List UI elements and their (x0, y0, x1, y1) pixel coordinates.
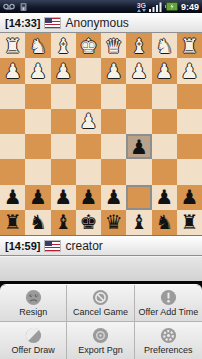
square-e4[interactable]: ♟ (76, 109, 101, 134)
bottom-player-bar: [14:59] creator (0, 235, 202, 256)
square-c6[interactable] (126, 159, 151, 184)
half-circle-icon (25, 327, 42, 344)
square-h7[interactable]: ♟ (0, 185, 25, 210)
piece-black-rook: ♜ (180, 212, 198, 232)
sad-face-icon (25, 289, 42, 306)
square-f6[interactable] (51, 159, 76, 184)
square-h4[interactable] (0, 109, 25, 134)
square-b8[interactable]: ♞ (152, 210, 177, 235)
piece-black-bishop: ♝ (130, 212, 148, 232)
menu-label: Export Pgn (78, 345, 123, 355)
piece-black-pawn: ♟ (54, 187, 72, 207)
options-menu: Resign Cancel Game Offer Add Time Offe (0, 281, 202, 359)
square-d5[interactable] (101, 134, 126, 159)
piece-white-rook: ♜ (4, 36, 22, 56)
resign-button[interactable]: Resign (0, 285, 67, 322)
offer-draw-button[interactable]: Offer Draw (0, 322, 67, 359)
square-e7[interactable]: ♟ (76, 185, 101, 210)
square-f8[interactable]: ♝ (51, 210, 76, 235)
piece-white-bishop: ♝ (54, 36, 72, 56)
message-area (0, 256, 202, 281)
square-d1[interactable]: ♛ (101, 33, 126, 58)
piece-white-pawn: ♟ (79, 111, 97, 131)
piece-black-king: ♚ (79, 212, 97, 232)
usb-icon (19, 2, 28, 12)
cancel-icon (92, 289, 109, 306)
square-g4[interactable] (25, 109, 50, 134)
clock-time: 9:49 (181, 2, 199, 12)
square-h5[interactable] (0, 134, 25, 159)
square-a6[interactable] (177, 159, 202, 184)
square-e2[interactable] (76, 58, 101, 83)
square-a4[interactable] (177, 109, 202, 134)
piece-white-pawn: ♟ (29, 61, 47, 81)
square-a8[interactable]: ♜ (177, 210, 202, 235)
cancel-game-button[interactable]: Cancel Game (67, 285, 134, 322)
square-c8[interactable]: ♝ (126, 210, 151, 235)
offer-add-time-button[interactable]: Offer Add Time (135, 285, 202, 322)
square-b4[interactable] (152, 109, 177, 134)
square-h6[interactable] (0, 159, 25, 184)
piece-white-pawn: ♟ (130, 61, 148, 81)
square-b7[interactable]: ♟ (152, 185, 177, 210)
piece-white-knight: ♞ (155, 36, 173, 56)
piece-white-bishop: ♝ (130, 36, 148, 56)
square-a3[interactable] (177, 84, 202, 109)
voicemail-icon (3, 3, 15, 10)
square-b5[interactable] (152, 134, 177, 159)
us-flag-icon (45, 241, 60, 251)
square-f4[interactable] (51, 109, 76, 134)
battery-icon (165, 2, 178, 11)
square-a5[interactable] (177, 134, 202, 159)
square-d4[interactable] (101, 109, 126, 134)
top-player-bar: [14:33] Anonymous (0, 13, 202, 33)
square-h8[interactable]: ♜ (0, 210, 25, 235)
piece-black-knight: ♞ (29, 212, 47, 232)
network-type-label: 3G (137, 2, 146, 9)
square-c2[interactable]: ♟ (126, 58, 151, 83)
square-e1[interactable]: ♚ (76, 33, 101, 58)
piece-white-pawn: ♟ (54, 61, 72, 81)
piece-black-pawn: ♟ (180, 187, 198, 207)
piece-black-pawn: ♟ (79, 187, 97, 207)
piece-white-queen: ♛ (105, 36, 123, 56)
square-f1[interactable]: ♝ (51, 33, 76, 58)
square-a1[interactable]: ♜ (177, 33, 202, 58)
menu-label: Resign (19, 307, 47, 317)
square-b6[interactable] (152, 159, 177, 184)
square-d8[interactable]: ♛ (101, 210, 126, 235)
square-b2[interactable]: ♟ (152, 58, 177, 83)
menu-label: Preferences (144, 345, 193, 355)
square-f2[interactable]: ♟ (51, 58, 76, 83)
square-e3[interactable] (76, 84, 101, 109)
status-bar: 3G 9:49 (0, 0, 202, 13)
piece-white-pawn: ♟ (180, 61, 198, 81)
square-d6[interactable] (101, 159, 126, 184)
square-c5[interactable]: ♟ (126, 134, 151, 159)
piece-white-rook: ♜ (180, 36, 198, 56)
square-e6[interactable] (76, 159, 101, 184)
piece-black-bishop: ♝ (54, 212, 72, 232)
square-h1[interactable]: ♜ (0, 33, 25, 58)
piece-black-pawn: ♟ (29, 187, 47, 207)
piece-white-pawn: ♟ (4, 61, 22, 81)
square-g7[interactable]: ♟ (25, 185, 50, 210)
chess-board[interactable]: ♜♞♝♚♛♝♞♜♟♟♟♟♟♟♟♟♟♟♟♟♟♟♟♟♜♞♝♚♛♝♞♜ (0, 33, 202, 235)
square-g5[interactable] (25, 134, 50, 159)
menu-label: Offer Draw (11, 345, 54, 355)
piece-white-pawn: ♟ (155, 61, 173, 81)
signal-icon (149, 2, 162, 12)
square-d3[interactable] (101, 84, 126, 109)
square-b3[interactable] (152, 84, 177, 109)
piece-white-king: ♚ (79, 36, 97, 56)
us-flag-icon (45, 18, 60, 28)
data-activity-icon (137, 9, 146, 12)
square-g1[interactable]: ♞ (25, 33, 50, 58)
square-d2[interactable]: ♟ (101, 58, 126, 83)
square-g2[interactable]: ♟ (25, 58, 50, 83)
square-g3[interactable] (25, 84, 50, 109)
piece-white-pawn: ♟ (105, 61, 123, 81)
square-f5[interactable] (51, 134, 76, 159)
square-d7[interactable]: ♟ (101, 185, 126, 210)
exclamation-icon (160, 289, 177, 306)
square-f7[interactable]: ♟ (51, 185, 76, 210)
piece-black-pawn: ♟ (105, 187, 123, 207)
square-g8[interactable]: ♞ (25, 210, 50, 235)
export-pgn-button[interactable]: Export Pgn (67, 322, 134, 359)
square-f3[interactable] (51, 84, 76, 109)
square-b1[interactable]: ♞ (152, 33, 177, 58)
square-h3[interactable] (0, 84, 25, 109)
square-e5[interactable] (76, 134, 101, 159)
menu-label: Offer Add Time (138, 307, 198, 317)
piece-black-queen: ♛ (105, 212, 123, 232)
square-c4[interactable] (126, 109, 151, 134)
preferences-button[interactable]: Preferences (135, 322, 202, 359)
top-player-name: Anonymous (65, 16, 128, 30)
square-e8[interactable]: ♚ (76, 210, 101, 235)
network-indicator: 3G (137, 2, 146, 12)
piece-black-rook: ♜ (4, 212, 22, 232)
square-h2[interactable]: ♟ (0, 58, 25, 83)
disc-icon (92, 327, 109, 344)
top-player-clock: [14:33] (5, 17, 40, 29)
piece-black-pawn: ♟ (130, 137, 148, 157)
piece-black-pawn: ♟ (4, 187, 22, 207)
square-c1[interactable]: ♝ (126, 33, 151, 58)
gear-icon (160, 327, 177, 344)
piece-black-pawn: ♟ (155, 187, 173, 207)
square-a2[interactable]: ♟ (177, 58, 202, 83)
piece-white-knight: ♞ (29, 36, 47, 56)
square-c3[interactable] (126, 84, 151, 109)
piece-black-knight: ♞ (155, 212, 173, 232)
square-c7[interactable] (126, 185, 151, 210)
square-a7[interactable]: ♟ (177, 185, 202, 210)
bottom-player-name: creator (65, 239, 102, 253)
menu-label: Cancel Game (73, 307, 128, 317)
square-g6[interactable] (25, 159, 50, 184)
bottom-player-clock: [14:59] (5, 240, 40, 252)
